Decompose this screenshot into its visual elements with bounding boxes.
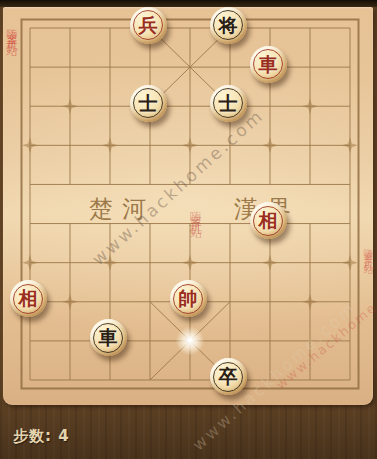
piece-character: 士	[130, 85, 167, 122]
piece-red-general[interactable]: 帥	[170, 280, 207, 317]
piece-character: 卒	[210, 358, 247, 395]
piece-character: 士	[210, 85, 247, 122]
piece-character: 相	[10, 280, 47, 317]
xiangqi-app: 楚河 漢界 兵将車士士相相帥車卒 ✦ www.hackhome.com 嗨客手机…	[0, 0, 377, 459]
piece-black-advisor[interactable]: 士	[130, 85, 167, 122]
piece-character: 将	[210, 7, 247, 44]
last-move-highlight: ✦	[175, 326, 205, 356]
piece-red-elephant[interactable]: 相	[250, 202, 287, 239]
piece-red-soldier[interactable]: 兵	[130, 7, 167, 44]
piece-black-soldier[interactable]: 卒	[210, 358, 247, 395]
piece-black-advisor[interactable]: 士	[210, 85, 247, 122]
xiangqi-board[interactable]: 楚河 漢界 兵将車士士相相帥車卒 ✦ www.hackhome.com 嗨客手机…	[3, 7, 373, 405]
status-bar: 步数: 4	[0, 405, 377, 459]
piece-red-chariot[interactable]: 車	[250, 46, 287, 83]
piece-character: 帥	[170, 280, 207, 317]
piece-character: 相	[250, 202, 287, 239]
piece-black-chariot[interactable]: 車	[90, 319, 127, 356]
river-label-chu-he: 楚河	[89, 193, 155, 225]
sparkle-icon: ✦	[175, 326, 205, 356]
piece-character: 車	[90, 319, 127, 356]
top-wood-strip	[0, 0, 377, 7]
piece-red-elephant[interactable]: 相	[10, 280, 47, 317]
piece-character: 車	[250, 46, 287, 83]
piece-black-general[interactable]: 将	[210, 7, 247, 44]
step-counter: 步数: 4	[13, 427, 70, 446]
piece-character: 兵	[130, 7, 167, 44]
